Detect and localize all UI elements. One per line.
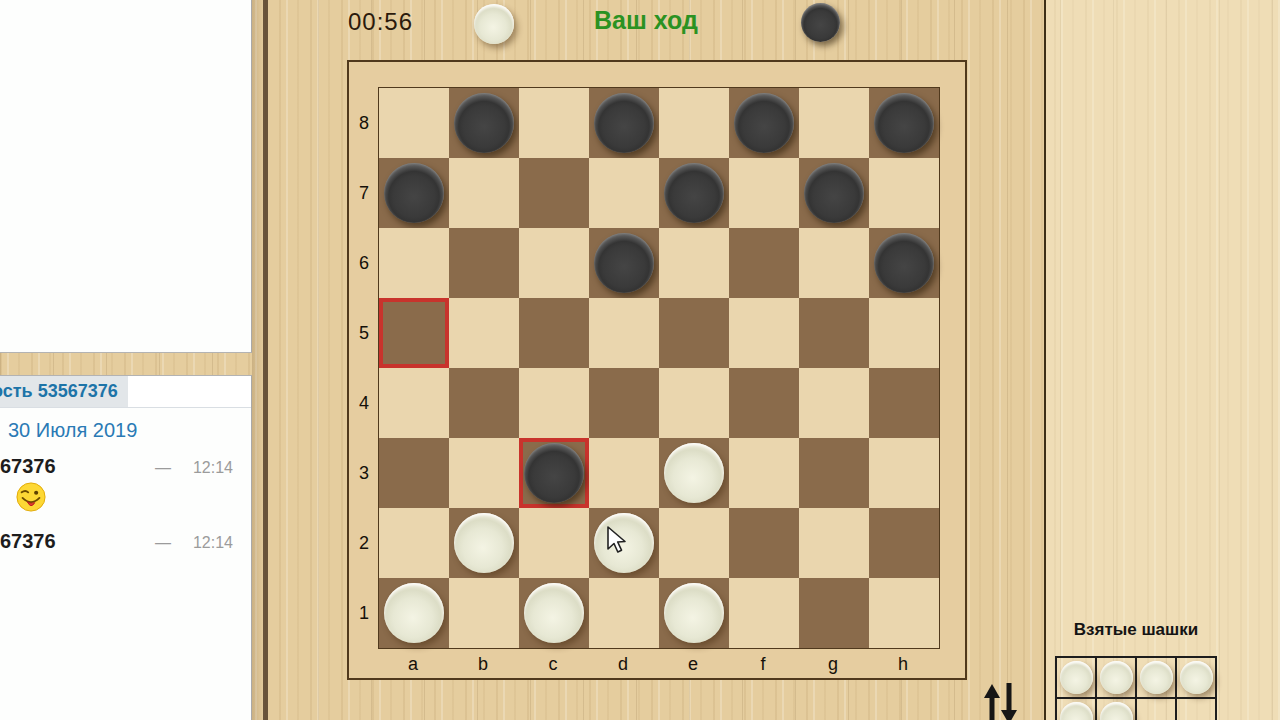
tray-cell-7 — [1136, 698, 1176, 720]
chat-panel: ость 53567376 30 Июля 2019 67376 — 12:14… — [0, 375, 252, 720]
file-label-e: e — [658, 650, 728, 678]
meta-dash: — — [155, 459, 171, 477]
square-b7[interactable] — [449, 158, 519, 228]
tray-cell-8 — [1176, 698, 1216, 720]
square-b3[interactable] — [449, 438, 519, 508]
black-checker-f8[interactable] — [734, 93, 794, 153]
chat-message-meta: — 12:14 — [155, 534, 233, 552]
square-b5[interactable] — [449, 298, 519, 368]
captured-pieces-title: Взятые шашки — [1055, 620, 1217, 640]
chat-message-meta: — 12:14 — [155, 459, 233, 477]
black-checker-e7[interactable] — [664, 163, 724, 223]
square-h5[interactable] — [869, 298, 939, 368]
square-a2[interactable] — [379, 508, 449, 578]
file-label-c: c — [518, 650, 588, 678]
square-h2[interactable] — [869, 508, 939, 578]
chat-timestamp: 12:14 — [193, 534, 233, 552]
square-f7[interactable] — [729, 158, 799, 228]
captured-white-checker — [1100, 702, 1133, 720]
captured-white-checker — [1140, 661, 1173, 694]
square-e3[interactable] — [659, 438, 729, 508]
square-d4[interactable] — [589, 368, 659, 438]
square-b2[interactable] — [449, 508, 519, 578]
black-checker-b8[interactable] — [454, 93, 514, 153]
square-a1[interactable] — [379, 578, 449, 648]
square-f3[interactable] — [729, 438, 799, 508]
black-checker-c3[interactable] — [524, 443, 584, 503]
square-f2[interactable] — [729, 508, 799, 578]
square-g7[interactable] — [799, 158, 869, 228]
square-g3[interactable] — [799, 438, 869, 508]
square-c2[interactable] — [519, 508, 589, 578]
square-a4[interactable] — [379, 368, 449, 438]
file-label-d: d — [588, 650, 658, 678]
black-checker-h8[interactable] — [874, 93, 934, 153]
captured-white-checker — [1180, 661, 1213, 694]
square-c7[interactable] — [519, 158, 589, 228]
black-checker-d8[interactable] — [594, 93, 654, 153]
captured-tray — [1055, 656, 1217, 720]
square-d8[interactable] — [589, 88, 659, 158]
square-a6[interactable] — [379, 228, 449, 298]
square-d3[interactable] — [589, 438, 659, 508]
square-c3[interactable] — [519, 438, 589, 508]
chat-timestamp: 12:14 — [193, 459, 233, 477]
tray-cell-2 — [1096, 657, 1136, 698]
turn-status: Ваш ход — [594, 6, 698, 35]
square-d1[interactable] — [589, 578, 659, 648]
board-grid — [378, 87, 940, 649]
wood-divider-right — [1044, 0, 1046, 720]
tray-cell-3 — [1136, 657, 1176, 698]
square-e5[interactable] — [659, 298, 729, 368]
board-frame: 87654321 abcdefgh — [347, 60, 967, 680]
square-b4[interactable] — [449, 368, 519, 438]
square-b8[interactable] — [449, 88, 519, 158]
meta-dash: — — [155, 534, 171, 552]
rank-labels: 87654321 — [351, 88, 377, 648]
game-timer: 00:56 — [348, 8, 413, 36]
square-d6[interactable] — [589, 228, 659, 298]
square-h1[interactable] — [869, 578, 939, 648]
square-g6[interactable] — [799, 228, 869, 298]
tray-cell-1 — [1056, 657, 1096, 698]
rank-label-4: 4 — [351, 368, 377, 438]
square-c8[interactable] — [519, 88, 589, 158]
chat-message: 67376 — 12:14 — [0, 455, 251, 478]
square-f5[interactable] — [729, 298, 799, 368]
file-label-a: a — [378, 650, 448, 678]
square-e6[interactable] — [659, 228, 729, 298]
rank-label-6: 6 — [351, 228, 377, 298]
white-checker-b2[interactable] — [454, 513, 514, 573]
white-side-indicator — [474, 4, 514, 44]
square-g1[interactable] — [799, 578, 869, 648]
square-b6[interactable] — [449, 228, 519, 298]
square-d5[interactable] — [589, 298, 659, 368]
square-g5[interactable] — [799, 298, 869, 368]
square-f4[interactable] — [729, 368, 799, 438]
square-a7[interactable] — [379, 158, 449, 228]
chat-username: 67376 — [0, 530, 56, 553]
file-label-f: f — [728, 650, 798, 678]
square-c5[interactable] — [519, 298, 589, 368]
chat-header: ость 53567376 — [0, 376, 251, 408]
square-e7[interactable] — [659, 158, 729, 228]
square-a3[interactable] — [379, 438, 449, 508]
file-label-b: b — [448, 650, 518, 678]
square-g8[interactable] — [799, 88, 869, 158]
left-top-panel — [0, 0, 252, 353]
tray-cell-4 — [1176, 657, 1216, 698]
mouse-cursor-icon — [606, 526, 630, 558]
captured-white-checker — [1060, 661, 1093, 694]
square-e4[interactable] — [659, 368, 729, 438]
chat-username: 67376 — [0, 455, 56, 478]
square-h4[interactable] — [869, 368, 939, 438]
file-label-g: g — [798, 650, 868, 678]
winking-tongue-emoji-icon — [16, 482, 46, 512]
file-label-h: h — [868, 650, 938, 678]
square-e1[interactable] — [659, 578, 729, 648]
rank-label-1: 1 — [351, 578, 377, 648]
white-checker-e1[interactable] — [664, 583, 724, 643]
chat-tab-label: ость 53567376 — [0, 381, 118, 402]
square-f8[interactable] — [729, 88, 799, 158]
wood-divider-left — [263, 0, 268, 720]
captured-white-checker — [1060, 702, 1093, 720]
square-g4[interactable] — [799, 368, 869, 438]
rank-label-5: 5 — [351, 298, 377, 368]
square-h8[interactable] — [869, 88, 939, 158]
white-checker-a1[interactable] — [384, 583, 444, 643]
right-panel-wood — [1046, 0, 1280, 720]
square-h7[interactable] — [869, 158, 939, 228]
chat-tab[interactable]: ость 53567376 — [0, 376, 128, 407]
square-e2[interactable] — [659, 508, 729, 578]
square-c6[interactable] — [519, 228, 589, 298]
black-checker-a7[interactable] — [384, 163, 444, 223]
square-g2[interactable] — [799, 508, 869, 578]
black-checker-d6[interactable] — [594, 233, 654, 293]
flip-board-arrows-icon[interactable] — [978, 683, 1024, 720]
square-c1[interactable] — [519, 578, 589, 648]
tray-cell-6 — [1096, 698, 1136, 720]
square-a5[interactable] — [379, 298, 449, 368]
square-e8[interactable] — [659, 88, 729, 158]
square-b1[interactable] — [449, 578, 519, 648]
white-checker-e3[interactable] — [664, 443, 724, 503]
square-f1[interactable] — [729, 578, 799, 648]
chat-message: 67376 — 12:14 — [0, 530, 251, 553]
file-labels: abcdefgh — [378, 650, 940, 678]
black-checker-g7[interactable] — [804, 163, 864, 223]
rank-label-3: 3 — [351, 438, 377, 508]
white-checker-c1[interactable] — [524, 583, 584, 643]
rank-label-2: 2 — [351, 508, 377, 578]
rank-label-7: 7 — [351, 158, 377, 228]
captured-white-checker — [1100, 661, 1133, 694]
tray-cell-5 — [1056, 698, 1096, 720]
rank-label-8: 8 — [351, 88, 377, 158]
black-side-indicator — [801, 3, 840, 42]
square-f6[interactable] — [729, 228, 799, 298]
square-h3[interactable] — [869, 438, 939, 508]
square-h6[interactable] — [869, 228, 939, 298]
chat-date-header: 30 Июля 2019 — [8, 419, 251, 442]
black-checker-h6[interactable] — [874, 233, 934, 293]
square-a8[interactable] — [379, 88, 449, 158]
square-d7[interactable] — [589, 158, 659, 228]
square-c4[interactable] — [519, 368, 589, 438]
